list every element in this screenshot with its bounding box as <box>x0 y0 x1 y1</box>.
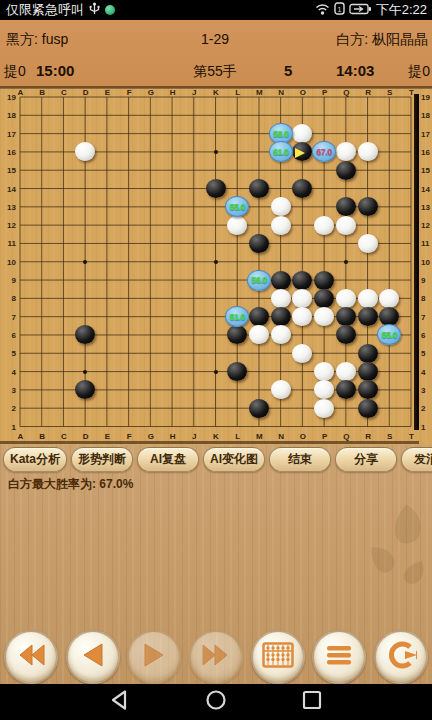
black-player-label: 黑方: fusp <box>6 24 68 54</box>
menu-icon <box>325 643 353 671</box>
col-label: L <box>233 432 242 441</box>
white-stone-R16[interactable] <box>358 142 378 161</box>
black-stone-M14[interactable] <box>249 179 269 198</box>
row-label: 18 <box>2 111 16 120</box>
col-label: H <box>168 88 177 97</box>
toolbar-button-7[interactable]: 发消息 <box>401 447 432 472</box>
nav-back-icon[interactable] <box>108 688 132 716</box>
black-stone-R2[interactable] <box>358 399 378 418</box>
col-label: R <box>364 432 373 441</box>
row-label: 15 <box>2 166 16 175</box>
white-stone-N13[interactable] <box>271 197 291 216</box>
col-label: Q <box>342 432 351 441</box>
black-captures: 提0 <box>4 56 26 86</box>
lower-panel: Kata分析形势判断AI复盘AI变化图结束分享发消息 白方最大胜率为: 67.0… <box>0 445 432 684</box>
ai-winrate-marker-M9[interactable]: 56.0 <box>247 270 271 291</box>
row-label: 8 <box>2 294 16 303</box>
star-point <box>83 370 87 374</box>
row-label: 16 <box>421 148 432 157</box>
status-text: 仅限紧急呼叫 <box>6 1 84 19</box>
row-label: 13 <box>2 203 16 212</box>
black-stone-R13[interactable] <box>358 197 378 216</box>
col-label: O <box>298 432 307 441</box>
step-back-button[interactable] <box>66 630 120 684</box>
usb-icon <box>89 2 100 19</box>
row-label: 14 <box>421 185 432 194</box>
row-label: 10 <box>2 258 16 267</box>
col-label: S <box>385 432 394 441</box>
row-label: 12 <box>2 221 16 230</box>
white-stone-P12[interactable] <box>314 216 334 235</box>
row-label: 3 <box>2 386 16 395</box>
white-stone-N12[interactable] <box>271 216 291 235</box>
app-screen: 仅限紧急呼叫 1 <box>0 0 432 720</box>
black-stone-M11[interactable] <box>249 234 269 253</box>
sim-icon: 1 <box>334 2 345 18</box>
white-stone-N8[interactable] <box>271 289 291 308</box>
star-point <box>214 150 218 154</box>
leaf-icon <box>388 503 426 551</box>
row-label: 17 <box>421 130 432 139</box>
col-label: G <box>146 432 155 441</box>
row-label: 9 <box>421 276 432 285</box>
black-stone-R4[interactable] <box>358 362 378 381</box>
col-label: J <box>190 88 199 97</box>
game-header: 黑方: fusp 1-29 白方: 枞阳晶晶 提0 15:00 第55手 5 1… <box>0 20 432 88</box>
count-icon <box>262 642 294 672</box>
white-stone-R8[interactable] <box>358 289 378 308</box>
last-move-marker <box>295 148 305 158</box>
row-label: 7 <box>421 313 432 322</box>
row-label: 12 <box>421 221 432 230</box>
row-label: 18 <box>421 111 432 120</box>
count-button[interactable] <box>251 630 305 684</box>
go-board[interactable]: AABBCCDDEEFFGGHHJJKKLLMMNNOOPPQQRRSSTT19… <box>0 88 432 446</box>
fast-forward-button <box>189 630 243 684</box>
refresh-icon <box>385 640 417 674</box>
col-label: A <box>16 88 25 97</box>
black-stone-K14[interactable] <box>206 179 226 198</box>
col-label: Q <box>342 88 351 97</box>
move-number: 第55手 <box>160 56 270 86</box>
row-label: 10 <box>421 258 432 267</box>
notification-dot-icon <box>105 5 115 15</box>
black-stone-O9[interactable] <box>292 271 312 290</box>
toolbar-button-5[interactable]: 结束 <box>269 447 331 472</box>
star-point <box>344 260 348 264</box>
star-point <box>214 260 218 264</box>
col-label: A <box>16 432 25 441</box>
white-player-label: 白方: 枞阳晶晶 <box>336 24 428 54</box>
col-label: J <box>190 432 199 441</box>
row-label: 14 <box>2 185 16 194</box>
star-point <box>214 370 218 374</box>
white-stone-R11[interactable] <box>358 234 378 253</box>
black-stone-N9[interactable] <box>271 271 291 290</box>
white-stone-P2[interactable] <box>314 399 334 418</box>
row-label: 11 <box>421 239 432 248</box>
toolbar-button-2[interactable]: 形势判断 <box>71 447 133 472</box>
col-label: F <box>125 88 134 97</box>
fast-rewind-button[interactable] <box>4 630 58 684</box>
step-back-icon <box>80 641 106 673</box>
row-label: 5 <box>421 349 432 358</box>
col-label: F <box>125 432 134 441</box>
board-edge <box>0 441 419 444</box>
row-label: 15 <box>421 166 432 175</box>
col-label: R <box>364 88 373 97</box>
wifi-icon <box>315 3 330 18</box>
row-label: 16 <box>2 148 16 157</box>
status-bar: 仅限紧急呼叫 1 <box>0 0 432 20</box>
row-label: 3 <box>421 386 432 395</box>
android-nav-bar <box>0 684 432 720</box>
col-label: P <box>320 432 329 441</box>
row-label: 13 <box>421 203 432 212</box>
row-label: 11 <box>2 239 16 248</box>
white-captures: 提0 <box>408 56 430 86</box>
row-label: 1 <box>421 423 432 432</box>
winrate-text: 白方最大胜率为: 67.0% <box>8 476 133 493</box>
white-stone-Q4[interactable] <box>336 362 356 381</box>
col-label: B <box>38 432 47 441</box>
row-label: 17 <box>2 130 16 139</box>
col-label: E <box>103 88 112 97</box>
nav-recents-icon[interactable] <box>300 688 324 716</box>
col-label: N <box>277 88 286 97</box>
row-label: 1 <box>2 423 16 432</box>
row-label: 6 <box>2 331 16 340</box>
battery-icon <box>349 3 372 18</box>
white-stone-N3[interactable] <box>271 380 291 399</box>
playback-controls <box>0 630 432 686</box>
col-label: D <box>81 88 90 97</box>
menu-button[interactable] <box>312 630 366 684</box>
white-stone-Q12[interactable] <box>336 216 356 235</box>
white-stone-L12[interactable] <box>227 216 247 235</box>
move-range: 1-29 <box>150 24 280 54</box>
row-label: 4 <box>421 368 432 377</box>
black-stone-R3[interactable] <box>358 380 378 399</box>
col-label: H <box>168 432 177 441</box>
toolbar: Kata分析形势判断AI复盘AI变化图结束分享发消息 <box>0 447 432 474</box>
step-forward-icon <box>141 641 167 673</box>
black-stone-M2[interactable] <box>249 399 269 418</box>
col-label: K <box>212 88 221 97</box>
row-label: 19 <box>421 93 432 102</box>
row-label: 8 <box>421 294 432 303</box>
board-edge <box>414 94 419 430</box>
white-stone-S8[interactable] <box>379 289 399 308</box>
col-label: O <box>298 88 307 97</box>
row-label: 6 <box>421 331 432 340</box>
row-label: 19 <box>2 93 16 102</box>
col-label: S <box>385 88 394 97</box>
white-stone-O5[interactable] <box>292 344 312 363</box>
col-label: G <box>146 88 155 97</box>
col-label: L <box>233 88 242 97</box>
toolbar-button-1[interactable]: Kata分析 <box>3 447 67 472</box>
col-label: K <box>212 432 221 441</box>
nav-home-icon[interactable] <box>204 688 228 716</box>
countdown-periods: 5 <box>284 56 292 86</box>
toolbar-button-6[interactable]: 分享 <box>335 447 397 472</box>
row-label: 2 <box>421 404 432 413</box>
svg-text:1: 1 <box>337 6 341 13</box>
black-clock: 15:00 <box>36 56 74 86</box>
row-label: 2 <box>2 404 16 413</box>
col-label: M <box>255 432 264 441</box>
black-stone-R5[interactable] <box>358 344 378 363</box>
row-label: 4 <box>2 368 16 377</box>
col-label: P <box>320 88 329 97</box>
black-stone-Q7[interactable] <box>336 307 356 326</box>
refresh-button[interactable] <box>374 630 428 684</box>
white-stone-Q8[interactable] <box>336 289 356 308</box>
black-stone-P8[interactable] <box>314 289 334 308</box>
row-label: 7 <box>2 313 16 322</box>
black-stone-M7[interactable] <box>249 307 269 326</box>
col-label: N <box>277 432 286 441</box>
toolbar-button-4[interactable]: AI变化图 <box>203 447 265 472</box>
ai-winrate-marker-N16[interactable]: 61.0 <box>269 141 293 162</box>
col-label: M <box>255 88 264 97</box>
star-point <box>83 260 87 264</box>
black-stone-R7[interactable] <box>358 307 378 326</box>
col-label: C <box>59 88 68 97</box>
col-label: E <box>103 432 112 441</box>
clock-time: 下午2:22 <box>376 1 427 19</box>
fast-rewind-icon <box>16 641 46 673</box>
fast-forward-icon <box>201 641 231 673</box>
col-label: T <box>407 432 416 441</box>
black-stone-P9[interactable] <box>314 271 334 290</box>
col-label: B <box>38 88 47 97</box>
col-label: D <box>81 432 90 441</box>
white-clock: 14:03 <box>336 56 374 86</box>
black-stone-N7[interactable] <box>271 307 291 326</box>
black-stone-Q15[interactable] <box>336 161 356 180</box>
row-label: 5 <box>2 349 16 358</box>
step-forward-button <box>127 630 181 684</box>
row-label: 9 <box>2 276 16 285</box>
toolbar-button-3[interactable]: AI复盘 <box>137 447 199 472</box>
col-label: C <box>59 432 68 441</box>
